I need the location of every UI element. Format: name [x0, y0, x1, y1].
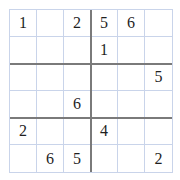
cell-r3c3[interactable] [64, 64, 91, 91]
cell-r4c6[interactable] [145, 91, 172, 118]
cell-r3c1[interactable] [10, 64, 37, 91]
cell-r4c4[interactable] [91, 91, 118, 118]
cell-r1c2[interactable] [37, 10, 64, 37]
cell-r3c6: 5 [145, 64, 172, 91]
cell-r5c2[interactable] [37, 118, 64, 145]
cell-r3c4[interactable] [91, 64, 118, 91]
cell-r3c5[interactable] [118, 64, 145, 91]
cell-r4c3: 6 [64, 91, 91, 118]
cell-r5c3[interactable] [64, 118, 91, 145]
cell-r6c3: 5 [64, 145, 91, 172]
cell-r5c4: 4 [91, 118, 118, 145]
cell-r6c6: 2 [145, 145, 172, 172]
cell-r2c4: 1 [91, 37, 118, 64]
cell-r1c6[interactable] [145, 10, 172, 37]
cell-r3c2[interactable] [37, 64, 64, 91]
cell-r1c4: 5 [91, 10, 118, 37]
cell-r6c1[interactable] [10, 145, 37, 172]
cell-r2c6[interactable] [145, 37, 172, 64]
cell-r2c5[interactable] [118, 37, 145, 64]
cell-r5c6[interactable] [145, 118, 172, 145]
cell-r1c5: 6 [118, 10, 145, 37]
cell-r6c5[interactable] [118, 145, 145, 172]
cell-r2c3[interactable] [64, 37, 91, 64]
cell-r2c2[interactable] [37, 37, 64, 64]
cell-r2c1[interactable] [10, 37, 37, 64]
cell-r5c1: 2 [10, 118, 37, 145]
sudoku-board: 1 2 5 6 1 5 6 2 4 6 5 2 [9, 9, 173, 173]
cell-r5c5[interactable] [118, 118, 145, 145]
cell-r4c2[interactable] [37, 91, 64, 118]
cell-r1c1: 1 [10, 10, 37, 37]
cell-r6c4[interactable] [91, 145, 118, 172]
cell-r4c5[interactable] [118, 91, 145, 118]
cell-r1c3: 2 [64, 10, 91, 37]
cell-r6c2: 6 [37, 145, 64, 172]
cell-r4c1[interactable] [10, 91, 37, 118]
